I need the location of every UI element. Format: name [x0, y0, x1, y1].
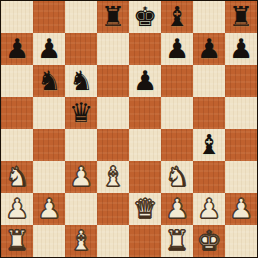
square-e1[interactable] — [129, 225, 161, 257]
square-c5[interactable]: ♛ — [65, 97, 97, 129]
square-h2[interactable]: ♟ — [225, 193, 257, 225]
square-e6[interactable]: ♟ — [129, 65, 161, 97]
square-a2[interactable]: ♟ — [1, 193, 33, 225]
square-b6[interactable]: ♞ — [33, 65, 65, 97]
square-g2[interactable]: ♟ — [193, 193, 225, 225]
black-pawn[interactable]: ♟ — [5, 35, 29, 62]
square-g1[interactable]: ♚ — [193, 225, 225, 257]
white-pawn[interactable]: ♟ — [229, 195, 253, 222]
square-a8[interactable] — [1, 1, 33, 33]
square-c3[interactable]: ♟ — [65, 161, 97, 193]
square-a6[interactable] — [1, 65, 33, 97]
square-b7[interactable]: ♟ — [33, 33, 65, 65]
white-bishop[interactable]: ♝ — [69, 227, 93, 254]
square-a7[interactable]: ♟ — [1, 33, 33, 65]
black-pawn[interactable]: ♟ — [165, 35, 189, 62]
square-d3[interactable]: ♝ — [97, 161, 129, 193]
square-d6[interactable] — [97, 65, 129, 97]
square-h8[interactable]: ♜ — [225, 1, 257, 33]
white-rook[interactable]: ♜ — [165, 227, 189, 254]
chess-board[interactable]: ♜♚♝♜♟♟♟♟♟♞♞♟♛♝♞♟♝♞♟♟♛♟♟♟♜♝♜♚ — [0, 0, 258, 258]
square-d2[interactable] — [97, 193, 129, 225]
chess-board-screenshot: ♜♚♝♜♟♟♟♟♟♞♞♟♛♝♞♟♝♞♟♟♛♟♟♟♜♝♜♚ — [0, 0, 258, 258]
black-queen[interactable]: ♛ — [69, 99, 93, 126]
square-g3[interactable] — [193, 161, 225, 193]
square-e5[interactable] — [129, 97, 161, 129]
white-knight[interactable]: ♞ — [5, 163, 29, 190]
black-pawn[interactable]: ♟ — [37, 35, 61, 62]
square-c6[interactable]: ♞ — [65, 65, 97, 97]
square-d5[interactable] — [97, 97, 129, 129]
square-d4[interactable] — [97, 129, 129, 161]
square-f3[interactable]: ♞ — [161, 161, 193, 193]
square-h7[interactable]: ♟ — [225, 33, 257, 65]
square-f6[interactable] — [161, 65, 193, 97]
white-pawn[interactable]: ♟ — [69, 163, 93, 190]
square-g5[interactable] — [193, 97, 225, 129]
square-c7[interactable] — [65, 33, 97, 65]
square-f8[interactable]: ♝ — [161, 1, 193, 33]
square-g8[interactable] — [193, 1, 225, 33]
square-e2[interactable]: ♛ — [129, 193, 161, 225]
square-b5[interactable] — [33, 97, 65, 129]
square-c2[interactable] — [65, 193, 97, 225]
square-c4[interactable] — [65, 129, 97, 161]
square-e3[interactable] — [129, 161, 161, 193]
black-bishop[interactable]: ♝ — [197, 131, 221, 158]
square-h1[interactable] — [225, 225, 257, 257]
black-knight[interactable]: ♞ — [37, 67, 61, 94]
square-f2[interactable]: ♟ — [161, 193, 193, 225]
black-rook[interactable]: ♜ — [229, 3, 253, 30]
black-bishop[interactable]: ♝ — [165, 3, 189, 30]
black-pawn[interactable]: ♟ — [229, 35, 253, 62]
square-h4[interactable] — [225, 129, 257, 161]
square-d8[interactable]: ♜ — [97, 1, 129, 33]
square-b4[interactable] — [33, 129, 65, 161]
white-pawn[interactable]: ♟ — [37, 195, 61, 222]
square-f5[interactable] — [161, 97, 193, 129]
black-king[interactable]: ♚ — [133, 3, 157, 30]
square-b8[interactable] — [33, 1, 65, 33]
square-a5[interactable] — [1, 97, 33, 129]
square-b3[interactable] — [33, 161, 65, 193]
square-a1[interactable]: ♜ — [1, 225, 33, 257]
square-g7[interactable]: ♟ — [193, 33, 225, 65]
white-queen[interactable]: ♛ — [133, 195, 157, 222]
square-f4[interactable] — [161, 129, 193, 161]
square-f1[interactable]: ♜ — [161, 225, 193, 257]
square-d1[interactable] — [97, 225, 129, 257]
black-knight[interactable]: ♞ — [69, 67, 93, 94]
square-b2[interactable]: ♟ — [33, 193, 65, 225]
square-f7[interactable]: ♟ — [161, 33, 193, 65]
white-pawn[interactable]: ♟ — [165, 195, 189, 222]
square-c1[interactable]: ♝ — [65, 225, 97, 257]
square-h5[interactable] — [225, 97, 257, 129]
square-h6[interactable] — [225, 65, 257, 97]
square-a3[interactable]: ♞ — [1, 161, 33, 193]
square-h3[interactable] — [225, 161, 257, 193]
black-pawn[interactable]: ♟ — [197, 35, 221, 62]
white-king[interactable]: ♚ — [197, 227, 221, 254]
square-g6[interactable] — [193, 65, 225, 97]
white-pawn[interactable]: ♟ — [5, 195, 29, 222]
square-g4[interactable]: ♝ — [193, 129, 225, 161]
white-rook[interactable]: ♜ — [5, 227, 29, 254]
square-d7[interactable] — [97, 33, 129, 65]
black-pawn[interactable]: ♟ — [133, 67, 157, 94]
black-rook[interactable]: ♜ — [101, 3, 125, 30]
white-pawn[interactable]: ♟ — [197, 195, 221, 222]
square-e7[interactable] — [129, 33, 161, 65]
square-a4[interactable] — [1, 129, 33, 161]
square-e4[interactable] — [129, 129, 161, 161]
square-c8[interactable] — [65, 1, 97, 33]
square-e8[interactable]: ♚ — [129, 1, 161, 33]
white-knight[interactable]: ♞ — [165, 163, 189, 190]
square-b1[interactable] — [33, 225, 65, 257]
white-bishop[interactable]: ♝ — [101, 163, 125, 190]
